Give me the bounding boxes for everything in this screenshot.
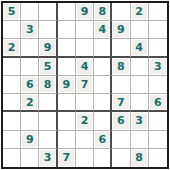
- sudoku-cell[interactable]: [39, 131, 57, 149]
- sudoku-cell[interactable]: 2: [131, 3, 149, 21]
- sudoku-cell[interactable]: 3: [131, 112, 149, 130]
- sudoku-cell[interactable]: [112, 39, 130, 57]
- sudoku-cell[interactable]: [112, 76, 130, 94]
- sudoku-cell[interactable]: [21, 3, 39, 21]
- sudoku-cell[interactable]: [94, 149, 112, 167]
- sudoku-cell[interactable]: [131, 76, 149, 94]
- sudoku-cell[interactable]: [149, 21, 167, 39]
- sudoku-cell[interactable]: [58, 112, 76, 130]
- sudoku-cell[interactable]: 3: [21, 21, 39, 39]
- sudoku-cell[interactable]: [3, 94, 21, 112]
- sudoku-cell[interactable]: 3: [149, 58, 167, 76]
- sudoku-cell[interactable]: [3, 131, 21, 149]
- sudoku-cell[interactable]: [76, 149, 94, 167]
- sudoku-cell[interactable]: 5: [3, 3, 21, 21]
- sudoku-cell[interactable]: [58, 3, 76, 21]
- sudoku-cell[interactable]: [39, 112, 57, 130]
- sudoku-cell[interactable]: [149, 39, 167, 57]
- sudoku-cell[interactable]: [94, 94, 112, 112]
- sudoku-cell[interactable]: 6: [149, 94, 167, 112]
- sudoku-cell[interactable]: 4: [76, 58, 94, 76]
- sudoku-cell[interactable]: [58, 94, 76, 112]
- sudoku-cell[interactable]: [58, 21, 76, 39]
- sudoku-cell[interactable]: 7: [58, 149, 76, 167]
- sudoku-cell[interactable]: 6: [21, 76, 39, 94]
- sudoku-widget: 59823492945483689727626396378: [0, 0, 170, 170]
- sudoku-cell[interactable]: [149, 149, 167, 167]
- sudoku-cell[interactable]: [3, 149, 21, 167]
- sudoku-cell[interactable]: 3: [39, 149, 57, 167]
- sudoku-cell[interactable]: [131, 21, 149, 39]
- sudoku-cell[interactable]: [58, 131, 76, 149]
- sudoku-cell[interactable]: 9: [39, 39, 57, 57]
- sudoku-cell[interactable]: [149, 76, 167, 94]
- sudoku-cell[interactable]: 9: [21, 131, 39, 149]
- sudoku-cell[interactable]: 5: [39, 58, 57, 76]
- sudoku-cell[interactable]: [21, 39, 39, 57]
- sudoku-cell[interactable]: [76, 21, 94, 39]
- sudoku-cell[interactable]: 8: [131, 149, 149, 167]
- sudoku-cell[interactable]: [131, 131, 149, 149]
- sudoku-cell[interactable]: [131, 58, 149, 76]
- sudoku-cell[interactable]: 8: [112, 58, 130, 76]
- sudoku-cell[interactable]: [112, 3, 130, 21]
- sudoku-cell[interactable]: 2: [3, 39, 21, 57]
- sudoku-cell[interactable]: [39, 94, 57, 112]
- sudoku-cell[interactable]: 8: [94, 3, 112, 21]
- sudoku-cell[interactable]: 9: [112, 21, 130, 39]
- sudoku-cell[interactable]: [94, 39, 112, 57]
- sudoku-cell[interactable]: 4: [94, 21, 112, 39]
- sudoku-cell[interactable]: 4: [131, 39, 149, 57]
- sudoku-cell[interactable]: [21, 149, 39, 167]
- sudoku-cell[interactable]: [3, 58, 21, 76]
- sudoku-cell[interactable]: [3, 21, 21, 39]
- sudoku-cell[interactable]: [3, 76, 21, 94]
- sudoku-cell[interactable]: 9: [58, 76, 76, 94]
- sudoku-cell[interactable]: [149, 3, 167, 21]
- sudoku-cell[interactable]: [76, 39, 94, 57]
- sudoku-cell[interactable]: 7: [112, 94, 130, 112]
- sudoku-cell[interactable]: 7: [76, 76, 94, 94]
- sudoku-cell[interactable]: [94, 76, 112, 94]
- sudoku-cell[interactable]: [76, 94, 94, 112]
- sudoku-cell[interactable]: 9: [76, 3, 94, 21]
- sudoku-cell[interactable]: [58, 58, 76, 76]
- sudoku-cell[interactable]: [94, 112, 112, 130]
- sudoku-cell[interactable]: [58, 39, 76, 57]
- sudoku-cell[interactable]: [131, 94, 149, 112]
- sudoku-cell[interactable]: [149, 112, 167, 130]
- sudoku-cell[interactable]: 6: [94, 131, 112, 149]
- sudoku-board: 59823492945483689727626396378: [1, 1, 169, 169]
- sudoku-cell[interactable]: [21, 112, 39, 130]
- sudoku-cell[interactable]: [21, 58, 39, 76]
- sudoku-cell[interactable]: [3, 112, 21, 130]
- sudoku-cell[interactable]: 2: [21, 94, 39, 112]
- sudoku-cell[interactable]: 8: [39, 76, 57, 94]
- sudoku-cell[interactable]: 2: [76, 112, 94, 130]
- sudoku-cell[interactable]: 6: [112, 112, 130, 130]
- sudoku-cell[interactable]: [76, 131, 94, 149]
- sudoku-cell[interactable]: [39, 21, 57, 39]
- sudoku-cell[interactable]: [112, 149, 130, 167]
- sudoku-cell[interactable]: [39, 3, 57, 21]
- sudoku-cell[interactable]: [94, 58, 112, 76]
- sudoku-cell[interactable]: [149, 131, 167, 149]
- sudoku-cell[interactable]: [112, 131, 130, 149]
